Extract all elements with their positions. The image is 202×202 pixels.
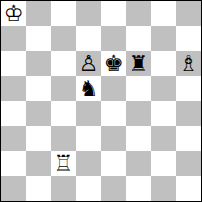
white-bishop: ♗ (179, 51, 199, 76)
square-a7[interactable] (1, 26, 26, 51)
square-c2[interactable]: ♖ (51, 151, 76, 176)
white-pawn: ♙ (79, 51, 99, 76)
square-c5[interactable] (51, 76, 76, 101)
square-h5[interactable] (176, 76, 201, 101)
square-b6[interactable] (26, 51, 51, 76)
square-a6[interactable] (1, 51, 26, 76)
square-c7[interactable] (51, 26, 76, 51)
square-a2[interactable] (1, 151, 26, 176)
square-g4[interactable] (151, 101, 176, 126)
square-e5[interactable] (101, 76, 126, 101)
square-b7[interactable] (26, 26, 51, 51)
square-c4[interactable] (51, 101, 76, 126)
black-king: ♚ (104, 51, 124, 76)
square-h3[interactable] (176, 126, 201, 151)
square-f6[interactable]: ♜ (126, 51, 151, 76)
square-e3[interactable] (101, 126, 126, 151)
square-f2[interactable] (126, 151, 151, 176)
square-e7[interactable] (101, 26, 126, 51)
square-h4[interactable] (176, 101, 201, 126)
square-a3[interactable] (1, 126, 26, 151)
square-f1[interactable] (126, 176, 151, 201)
square-g1[interactable] (151, 176, 176, 201)
square-a4[interactable] (1, 101, 26, 126)
square-e8[interactable] (101, 1, 126, 26)
square-c8[interactable] (51, 1, 76, 26)
square-h2[interactable] (176, 151, 201, 176)
square-b3[interactable] (26, 126, 51, 151)
square-g7[interactable] (151, 26, 176, 51)
square-b4[interactable] (26, 101, 51, 126)
square-f5[interactable] (126, 76, 151, 101)
black-rook: ♜ (129, 51, 149, 76)
square-e4[interactable] (101, 101, 126, 126)
chessboard: ♔♙♚♜♗♞♖ (0, 0, 202, 202)
square-d2[interactable] (76, 151, 101, 176)
square-g6[interactable] (151, 51, 176, 76)
square-d4[interactable] (76, 101, 101, 126)
square-e6[interactable]: ♚ (101, 51, 126, 76)
square-h7[interactable] (176, 26, 201, 51)
square-c1[interactable] (51, 176, 76, 201)
square-d6[interactable]: ♙ (76, 51, 101, 76)
square-d5[interactable]: ♞ (76, 76, 101, 101)
square-d8[interactable] (76, 1, 101, 26)
square-g2[interactable] (151, 151, 176, 176)
square-a1[interactable] (1, 176, 26, 201)
square-h8[interactable] (176, 1, 201, 26)
square-b1[interactable] (26, 176, 51, 201)
square-f7[interactable] (126, 26, 151, 51)
white-king: ♔ (4, 1, 24, 26)
square-c3[interactable] (51, 126, 76, 151)
square-g8[interactable] (151, 1, 176, 26)
square-f4[interactable] (126, 101, 151, 126)
square-b8[interactable] (26, 1, 51, 26)
square-e1[interactable] (101, 176, 126, 201)
square-e2[interactable] (101, 151, 126, 176)
black-knight: ♞ (79, 76, 99, 101)
square-c6[interactable] (51, 51, 76, 76)
square-a5[interactable] (1, 76, 26, 101)
square-f3[interactable] (126, 126, 151, 151)
square-b5[interactable] (26, 76, 51, 101)
square-f8[interactable] (126, 1, 151, 26)
square-g3[interactable] (151, 126, 176, 151)
square-h6[interactable]: ♗ (176, 51, 201, 76)
square-a8[interactable]: ♔ (1, 1, 26, 26)
square-d3[interactable] (76, 126, 101, 151)
white-rook: ♖ (54, 151, 74, 176)
square-d7[interactable] (76, 26, 101, 51)
square-b2[interactable] (26, 151, 51, 176)
square-g5[interactable] (151, 76, 176, 101)
square-d1[interactable] (76, 176, 101, 201)
square-h1[interactable] (176, 176, 201, 201)
